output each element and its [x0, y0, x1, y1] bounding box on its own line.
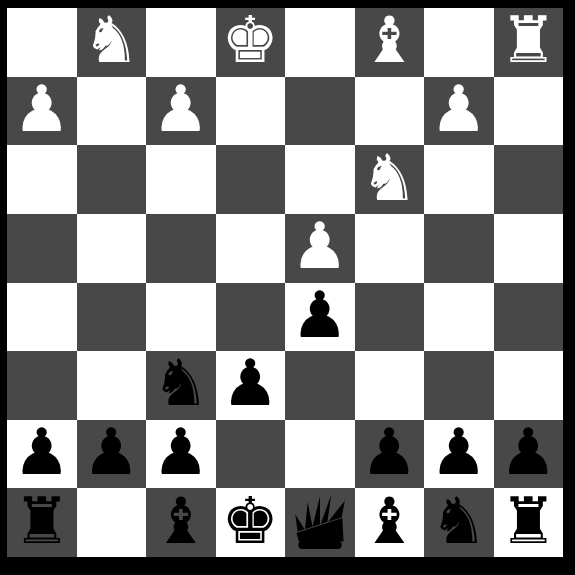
black-knight: ♞: [430, 489, 487, 553]
white-bishop: ♝: [361, 8, 418, 72]
black-pawn: ♟: [291, 283, 348, 347]
black-pawn: ♟: [222, 351, 279, 415]
square-e8[interactable]: ♚: [216, 488, 286, 557]
white-pawn: ♟: [152, 77, 209, 141]
square-a5[interactable]: [494, 283, 564, 352]
black-knight: ♞: [152, 351, 209, 415]
square-a3[interactable]: [494, 145, 564, 214]
black-pawn: ♟: [500, 420, 557, 484]
square-f2[interactable]: ♟: [146, 77, 216, 146]
square-f1[interactable]: [146, 8, 216, 77]
black-rook: ♜: [13, 489, 70, 553]
black-bishop: ♝: [361, 489, 418, 553]
square-d8[interactable]: [285, 488, 355, 557]
square-h8[interactable]: ♜: [7, 488, 77, 557]
square-d1[interactable]: [285, 8, 355, 77]
square-b7[interactable]: ♟: [424, 420, 494, 489]
white-king: ♚: [222, 8, 279, 72]
white-knight: ♞: [83, 8, 140, 72]
square-h4[interactable]: [7, 214, 77, 283]
square-a8[interactable]: ♜: [494, 488, 564, 557]
black-queen: [289, 492, 351, 554]
white-knight: ♞: [361, 146, 418, 210]
square-c2[interactable]: [355, 77, 425, 146]
white-pawn: ♟: [430, 77, 487, 141]
square-c6[interactable]: [355, 351, 425, 420]
square-d7[interactable]: [285, 420, 355, 489]
square-e7[interactable]: [216, 420, 286, 489]
square-c7[interactable]: ♟: [355, 420, 425, 489]
square-f8[interactable]: ♝: [146, 488, 216, 557]
square-d6[interactable]: [285, 351, 355, 420]
square-b3[interactable]: [424, 145, 494, 214]
square-b6[interactable]: [424, 351, 494, 420]
square-f5[interactable]: [146, 283, 216, 352]
white-pawn: ♟: [291, 214, 348, 278]
square-d2[interactable]: [285, 77, 355, 146]
square-g2[interactable]: [77, 77, 147, 146]
black-pawn: ♟: [83, 420, 140, 484]
square-a6[interactable]: [494, 351, 564, 420]
square-c8[interactable]: ♝: [355, 488, 425, 557]
square-f6[interactable]: ♞: [146, 351, 216, 420]
square-e2[interactable]: [216, 77, 286, 146]
square-h3[interactable]: [7, 145, 77, 214]
square-b5[interactable]: [424, 283, 494, 352]
square-b1[interactable]: [424, 8, 494, 77]
black-king: ♚: [222, 489, 279, 553]
square-g5[interactable]: [77, 283, 147, 352]
square-g3[interactable]: [77, 145, 147, 214]
square-f4[interactable]: [146, 214, 216, 283]
square-h2[interactable]: ♟: [7, 77, 77, 146]
black-bishop: ♝: [152, 489, 209, 553]
square-a2[interactable]: [494, 77, 564, 146]
square-a7[interactable]: ♟: [494, 420, 564, 489]
square-e6[interactable]: ♟: [216, 351, 286, 420]
square-c3[interactable]: ♞: [355, 145, 425, 214]
square-f7[interactable]: ♟: [146, 420, 216, 489]
square-h7[interactable]: ♟: [7, 420, 77, 489]
square-c5[interactable]: [355, 283, 425, 352]
square-c4[interactable]: [355, 214, 425, 283]
black-pawn: ♟: [152, 420, 209, 484]
square-e1[interactable]: ♚: [216, 8, 286, 77]
square-g1[interactable]: ♞: [77, 8, 147, 77]
square-b8[interactable]: ♞: [424, 488, 494, 557]
square-d5[interactable]: ♟: [285, 283, 355, 352]
square-a4[interactable]: [494, 214, 564, 283]
square-d4[interactable]: ♟: [285, 214, 355, 283]
black-rook: ♜: [500, 489, 557, 553]
square-g6[interactable]: [77, 351, 147, 420]
square-h5[interactable]: [7, 283, 77, 352]
square-b4[interactable]: [424, 214, 494, 283]
square-g7[interactable]: ♟: [77, 420, 147, 489]
black-pawn: ♟: [13, 420, 70, 484]
square-c1[interactable]: ♝: [355, 8, 425, 77]
square-g8[interactable]: [77, 488, 147, 557]
white-rook: ♜: [500, 8, 557, 72]
square-g4[interactable]: [77, 214, 147, 283]
square-e3[interactable]: [216, 145, 286, 214]
white-pawn: ♟: [13, 77, 70, 141]
square-f3[interactable]: [146, 145, 216, 214]
square-a1[interactable]: ♜: [494, 8, 564, 77]
board-frame: ♞♚♝♜♟♟♟♞♟♟♞♟♟♟♟♟♟♟♜♝♚ ♝♞♜: [0, 0, 575, 575]
black-pawn: ♟: [361, 420, 418, 484]
square-e4[interactable]: [216, 214, 286, 283]
square-h6[interactable]: [7, 351, 77, 420]
square-e5[interactable]: [216, 283, 286, 352]
chess-board: ♞♚♝♜♟♟♟♞♟♟♞♟♟♟♟♟♟♟♜♝♚ ♝♞♜: [7, 8, 563, 557]
square-h1[interactable]: [7, 8, 77, 77]
square-d3[interactable]: [285, 145, 355, 214]
square-b2[interactable]: ♟: [424, 77, 494, 146]
black-pawn: ♟: [430, 420, 487, 484]
